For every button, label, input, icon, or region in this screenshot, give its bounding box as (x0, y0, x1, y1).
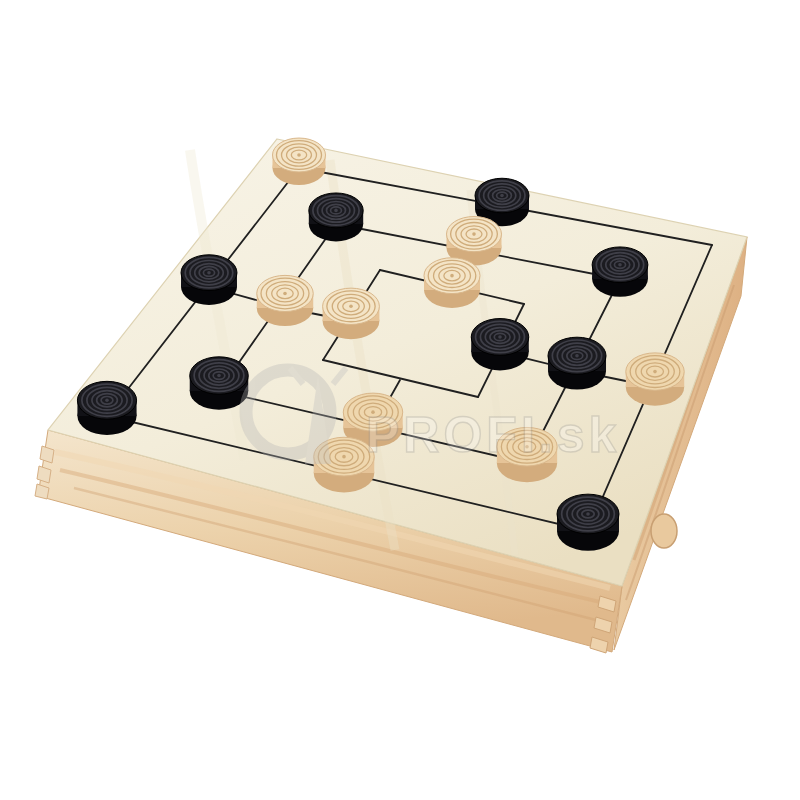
watermark-text: PROFI.sk (366, 407, 620, 463)
piece-b2-black[interactable] (190, 357, 249, 410)
piece-a1-black[interactable] (77, 381, 136, 435)
point-c3-empty[interactable] (314, 351, 332, 369)
piece-e4-black[interactable] (471, 319, 529, 371)
piece-g1-black[interactable] (557, 494, 619, 551)
point-c5-empty[interactable] (371, 261, 389, 279)
point-e3-empty[interactable] (469, 388, 487, 406)
piece-d5-white[interactable] (424, 258, 480, 308)
product-photo: PROFI.sk (0, 0, 800, 800)
nine-mens-morris-board-photo: PROFI.sk (0, 0, 800, 800)
point-g7-empty[interactable] (703, 236, 721, 254)
piece-g4-white[interactable] (626, 353, 684, 406)
piece-b4-white[interactable] (257, 275, 313, 326)
piece-f6-black[interactable] (592, 247, 648, 297)
piece-f4-black[interactable] (548, 337, 606, 389)
piece-b6-black[interactable] (309, 193, 363, 241)
box-thumb-notch (651, 514, 677, 548)
point-d3-empty[interactable] (391, 371, 409, 389)
piece-c4-white[interactable] (323, 288, 380, 339)
point-e5-empty[interactable] (515, 295, 533, 313)
piece-a4-black[interactable] (181, 255, 237, 305)
piece-a7-white[interactable] (273, 138, 326, 185)
